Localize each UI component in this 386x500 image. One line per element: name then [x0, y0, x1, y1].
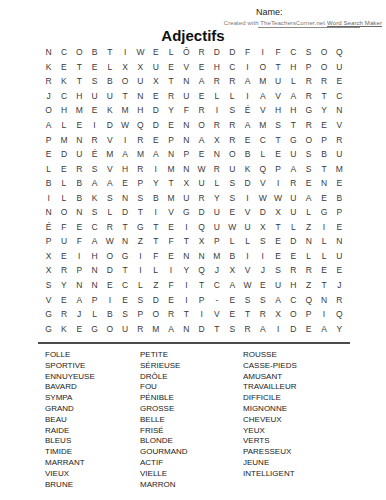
grid-cell-r15c12: M [209, 249, 224, 264]
grid-cell-r16c13: X [225, 263, 240, 278]
word-list-item: RAIDE [45, 426, 140, 437]
grid-cell-r11c11: R [194, 190, 209, 205]
grid-cell-r5c19: Y [316, 103, 331, 118]
grid-cell-r20c5: O [102, 321, 117, 336]
grid-cell-r15c20: U [332, 249, 347, 264]
grid-cell-r20c6: U [117, 321, 132, 336]
grid-cell-r19c14: T [240, 307, 255, 322]
grid-cell-r13c13: W [225, 220, 240, 235]
grid-cell-r17c5: E [102, 278, 117, 293]
grid-cell-r2c7: X [133, 60, 148, 75]
grid-cell-r15c4: H [87, 249, 102, 264]
grid-cell-r3c6: O [117, 74, 132, 89]
grid-cell-r9c6: H [117, 161, 132, 176]
grid-cell-r16c6: T [117, 263, 132, 278]
grid-cell-r19c17: O [286, 307, 301, 322]
grid-cell-r6c19: E [316, 118, 331, 133]
word-list-item: MIGNONNE [243, 404, 353, 415]
grid-cell-r19c3: J [72, 307, 87, 322]
grid-cell-r1c5: T [102, 45, 117, 60]
grid-cell-r17c4: N [87, 278, 102, 293]
grid-cell-r4c6: T [117, 89, 132, 104]
word-list-item: VIEUX [45, 469, 140, 480]
grid-cell-r6c12: R [209, 118, 224, 133]
grid-cell-r19c2: R [56, 307, 71, 322]
grid-cell-r12c20: P [332, 205, 347, 220]
grid-cell-r2c20: U [332, 60, 347, 75]
word-list-item: AMUSANT [243, 372, 353, 383]
word-list-item: YEUX [243, 426, 353, 437]
grid-cell-r4c5: U [102, 89, 117, 104]
grid-cell-r18c17: C [286, 292, 301, 307]
grid-cell-r1c8: E [148, 45, 163, 60]
grid-cell-r8c5: M [102, 147, 117, 162]
grid-cell-r8c9: N [163, 147, 178, 162]
credit-prefix: Created with TheTeachersCorner.net [224, 20, 325, 26]
grid-cell-r10c20: E [332, 176, 347, 191]
grid-cell-r4c12: L [209, 89, 224, 104]
word-list-item: BLEUS [45, 436, 140, 447]
grid-cell-r19c6: S [117, 307, 132, 322]
grid-cell-r2c10: V [179, 60, 194, 75]
grid-cell-r18c11: P [194, 292, 209, 307]
grid-cell-r15c15: I [255, 249, 270, 264]
grid-cell-r9c7: R [133, 161, 148, 176]
grid-cell-r7c19: P [316, 132, 331, 147]
grid-cell-r13c4: C [87, 220, 102, 235]
grid-cell-r15c6: G [117, 249, 132, 264]
grid-cell-r10c8: Y [148, 176, 163, 191]
credit-link[interactable]: Word Search Maker [327, 20, 382, 26]
grid-cell-r9c5: V [102, 161, 117, 176]
grid-cell-r9c2: E [56, 161, 71, 176]
word-list-item: JEUNE [243, 458, 353, 469]
grid-cell-r20c1: G [41, 321, 56, 336]
grid-cell-r5c5: K [102, 103, 117, 118]
grid-cell-r8c7: M [133, 147, 148, 162]
grid-cell-r18c18: Q [301, 292, 316, 307]
grid-cell-r20c7: R [133, 321, 148, 336]
grid-cell-r5c18: G [301, 103, 316, 118]
grid-cell-r6c6: W [117, 118, 132, 133]
grid-cell-r5c1: O [41, 103, 56, 118]
grid-cell-r12c3: N [72, 205, 87, 220]
grid-cell-r8c6: A [117, 147, 132, 162]
grid-cell-r11c17: U [286, 190, 301, 205]
grid-cell-r11c7: S [133, 190, 148, 205]
grid-cell-r20c3: E [72, 321, 87, 336]
grid-cell-r16c2: R [56, 263, 71, 278]
grid-cell-r18c2: E [56, 292, 71, 307]
grid-cell-r14c19: L [316, 234, 331, 249]
grid-cell-r15c5: O [102, 249, 117, 264]
grid-cell-r12c6: D [117, 205, 132, 220]
grid-cell-r5c2: H [56, 103, 71, 118]
grid-cell-r19c9: R [163, 307, 178, 322]
grid-cell-r17c18: Z [301, 278, 316, 293]
grid-cell-r1c20: Q [332, 45, 347, 60]
grid-cell-r8c4: É [87, 147, 102, 162]
word-list-item: TRAVAILLEUR [243, 382, 353, 393]
grid-cell-r14c17: D [286, 234, 301, 249]
grid-cell-r2c3: T [72, 60, 87, 75]
grid-cell-r4c11: E [194, 89, 209, 104]
grid-cell-r12c2: O [56, 205, 71, 220]
grid-cell-r10c10: X [179, 176, 194, 191]
word-list-item: GROSSE [140, 404, 243, 415]
word-list-item: FOLLE [45, 350, 140, 361]
grid-cell-r1c12: D [209, 45, 224, 60]
grid-cell-r14c4: A [87, 234, 102, 249]
grid-cell-r3c11: A [194, 74, 209, 89]
grid-cell-r16c5: D [102, 263, 117, 278]
grid-cell-r19c10: T [179, 307, 194, 322]
grid-cell-r10c7: P [133, 176, 148, 191]
grid-cell-r4c4: U [87, 89, 102, 104]
grid-cell-r8c11: E [194, 147, 209, 162]
grid-cell-r7c2: M [56, 132, 71, 147]
grid-cell-r10c16: I [270, 176, 285, 191]
grid-cell-r6c11: O [194, 118, 209, 133]
grid-cell-r17c6: C [117, 278, 132, 293]
grid-cell-r18c10: I [179, 292, 194, 307]
grid-cell-r1c9: L [163, 45, 178, 60]
grid-cell-r14c14: L [240, 234, 255, 249]
grid-cell-r4c16: V [270, 89, 285, 104]
grid-cell-r19c8: O [148, 307, 163, 322]
grid-cell-r18c6: E [117, 292, 132, 307]
grid-cell-r5c10: F [179, 103, 194, 118]
grid-cell-r6c18: R [301, 118, 316, 133]
grid-cell-r17c12: C [209, 278, 224, 293]
grid-cell-r10c9: T [163, 176, 178, 191]
grid-cell-r4c2: C [56, 89, 71, 104]
grid-cell-r17c17: H [286, 278, 301, 293]
grid-cell-r10c12: L [209, 176, 224, 191]
grid-cell-r15c1: X [41, 249, 56, 264]
grid-cell-r14c11: X [194, 234, 209, 249]
grid-cell-r18c16: A [270, 292, 285, 307]
grid-cell-r8c8: A [148, 147, 163, 162]
grid-cell-r9c17: A [286, 161, 301, 176]
grid-cell-r20c9: A [163, 321, 178, 336]
grid-cell-r4c20: C [332, 89, 347, 104]
grid-cell-r17c19: T [316, 278, 331, 293]
grid-cell-r12c5: L [102, 205, 117, 220]
grid-cell-r5c17: H [286, 103, 301, 118]
grid-cell-r18c5: I [102, 292, 117, 307]
grid-cell-r18c8: D [148, 292, 163, 307]
grid-cell-r15c16: E [270, 249, 285, 264]
grid-cell-r1c10: Ô [179, 45, 194, 60]
grid-cell-r17c1: S [41, 278, 56, 293]
grid-cell-r8c12: N [209, 147, 224, 162]
grid-cell-r4c1: J [41, 89, 56, 104]
grid-cell-r11c5: S [102, 190, 117, 205]
grid-cell-r20c19: A [316, 321, 331, 336]
grid-cell-r5c13: S [225, 103, 240, 118]
grid-cell-r14c10: T [179, 234, 194, 249]
word-list-item: BAVARD [45, 382, 140, 393]
grid-cell-r19c5: B [102, 307, 117, 322]
grid-cell-r14c5: W [102, 234, 117, 249]
grid-cell-r8c3: U [72, 147, 87, 162]
word-search-grid: NCOBTIWELÔRDDFIFCSOQKETELXXUEVEHCIOTHPOU… [41, 45, 347, 336]
grid-cell-r2c9: E [163, 60, 178, 75]
grid-cell-r13c16: T [270, 220, 285, 235]
grid-cell-r18c19: N [316, 292, 331, 307]
grid-cell-r14c3: F [72, 234, 87, 249]
grid-cell-r3c17: L [286, 74, 301, 89]
grid-cell-r19c19: I [316, 307, 331, 322]
grid-cell-r17c9: F [163, 278, 178, 293]
grid-cell-r15c11: N [194, 249, 209, 264]
grid-cell-r7c1: P [41, 132, 56, 147]
grid-cell-r14c13: L [225, 234, 240, 249]
grid-cell-r5c15: V [255, 103, 270, 118]
grid-cell-r5c4: E [87, 103, 102, 118]
word-list-item: VERTS [243, 436, 353, 447]
grid-cell-r10c1: B [41, 176, 56, 191]
grid-cell-r1c3: O [72, 45, 87, 60]
grid-cell-r11c8: B [148, 190, 163, 205]
grid-cell-r18c4: P [87, 292, 102, 307]
grid-cell-r16c9: I [163, 263, 178, 278]
word-list-item: GOURMAND [140, 447, 243, 458]
grid-cell-r2c19: O [316, 60, 331, 75]
grid-cell-r9c4: S [87, 161, 102, 176]
grid-cell-r17c7: L [133, 278, 148, 293]
grid-cell-r6c13: R [225, 118, 240, 133]
grid-cell-r14c20: N [332, 234, 347, 249]
grid-cell-r3c1: R [41, 74, 56, 89]
grid-cell-r6c10: N [179, 118, 194, 133]
grid-cell-r15c7: I [133, 249, 148, 264]
word-list-item: BLONDE [140, 436, 243, 447]
grid-cell-r11c9: M [163, 190, 178, 205]
grid-cell-r12c8: I [148, 205, 163, 220]
grid-cell-r2c17: H [286, 60, 301, 75]
grid-cell-r16c15: J [255, 263, 270, 278]
grid-cell-r15c17: E [286, 249, 301, 264]
grid-cell-r10c11: U [194, 176, 209, 191]
word-list-column-1: FOLLESPORTIVEENNUYEUSEBAVARDSYMPAGRANDBE… [45, 350, 140, 490]
grid-cell-r9c13: U [225, 161, 240, 176]
grid-cell-r3c15: M [255, 74, 270, 89]
word-list-item: ENNUYEUSE [45, 372, 140, 383]
grid-cell-r3c5: B [102, 74, 117, 89]
grid-cell-r2c18: P [301, 60, 316, 75]
word-list-item: SÉRIEUSE [140, 361, 243, 372]
word-list-item: CASSE-PIEDS [243, 361, 353, 372]
grid-cell-r12c1: N [41, 205, 56, 220]
grid-cell-r6c3: E [72, 118, 87, 133]
grid-cell-r19c13: E [225, 307, 240, 322]
grid-cell-r6c7: Q [133, 118, 148, 133]
grid-cell-r5c14: É [240, 103, 255, 118]
grid-cell-r8c19: B [316, 147, 331, 162]
grid-cell-r9c9: M [163, 161, 178, 176]
grid-cell-r9c8: I [148, 161, 163, 176]
grid-cell-r11c12: Y [209, 190, 224, 205]
grid-cell-r13c18: Z [301, 220, 316, 235]
grid-cell-r5c20: N [332, 103, 347, 118]
grid-cell-r10c19: N [316, 176, 331, 191]
grid-cell-r5c11: R [194, 103, 209, 118]
grid-cell-r4c15: A [255, 89, 270, 104]
grid-cell-r20c17: D [286, 321, 301, 336]
grid-cell-r10c2: L [56, 176, 71, 191]
word-list-item: MARRANT [45, 458, 140, 469]
grid-cell-r13c17: L [286, 220, 301, 235]
grid-cell-r12c17: U [286, 205, 301, 220]
grid-cell-r1c14: F [240, 45, 255, 60]
grid-cell-r2c16: T [270, 60, 285, 75]
grid-cell-r13c14: U [240, 220, 255, 235]
grid-cell-r8c1: E [41, 147, 56, 162]
word-list-item: PÉNIBLE [140, 393, 243, 404]
word-list-item: VIELLE [140, 469, 243, 480]
grid-cell-r14c16: E [270, 234, 285, 249]
grid-cell-r11c2: L [56, 190, 71, 205]
grid-cell-r1c19: O [316, 45, 331, 60]
credit-line: Created with TheTeachersCorner.netWord S… [224, 20, 382, 26]
grid-cell-r10c18: E [301, 176, 316, 191]
grid-cell-r18c20: R [332, 292, 347, 307]
grid-cell-r20c4: G [87, 321, 102, 336]
grid-cell-r12c18: L [301, 205, 316, 220]
grid-cell-r7c15: C [255, 132, 270, 147]
grid-cell-r2c5: L [102, 60, 117, 75]
grid-cell-r13c11: Q [194, 220, 209, 235]
grid-cell-r19c4: L [87, 307, 102, 322]
grid-cell-r18c13: E [225, 292, 240, 307]
grid-cell-r7c4: R [87, 132, 102, 147]
grid-cell-r20c13: S [225, 321, 240, 336]
grid-cell-r10c15: V [255, 176, 270, 191]
grid-cell-r17c11: T [194, 278, 209, 293]
grid-cell-r9c19: T [316, 161, 331, 176]
grid-cell-r3c3: T [72, 74, 87, 89]
grid-cell-r3c16: U [270, 74, 285, 89]
word-list-item: BELLE [140, 415, 243, 426]
grid-cell-r2c13: C [225, 60, 240, 75]
grid-cell-r10c5: A [102, 176, 117, 191]
grid-cell-r5c9: Y [163, 103, 178, 118]
grid-cell-r20c11: D [194, 321, 209, 336]
grid-cell-r17c20: J [332, 278, 347, 293]
grid-cell-r13c3: E [72, 220, 87, 235]
grid-cell-r1c18: S [301, 45, 316, 60]
grid-cell-r17c2: Y [56, 278, 71, 293]
word-list-item: BEAU [45, 415, 140, 426]
grid-cell-r12c13: E [225, 205, 240, 220]
grid-cell-r10c4: A [87, 176, 102, 191]
grid-cell-r18c12: - [209, 292, 224, 307]
grid-cell-r17c3: N [72, 278, 87, 293]
grid-cell-r16c4: N [87, 263, 102, 278]
grid-cell-r12c19: G [316, 205, 331, 220]
grid-cell-r16c11: Q [194, 263, 209, 278]
word-list: FOLLESPORTIVEENNUYEUSEBAVARDSYMPAGRANDBE… [45, 350, 353, 490]
grid-cell-r7c8: E [148, 132, 163, 147]
word-list-item: BRUNE [45, 480, 140, 491]
grid-cell-r8c20: U [332, 147, 347, 162]
grid-cell-r19c15: R [255, 307, 270, 322]
grid-cell-r16c18: R [301, 263, 316, 278]
grid-cell-r8c16: E [270, 147, 285, 162]
grid-cell-r4c7: N [133, 89, 148, 104]
grid-cell-r5c7: H [133, 103, 148, 118]
grid-cell-r16c19: E [316, 263, 331, 278]
grid-cell-r16c20: E [332, 263, 347, 278]
grid-cell-r2c6: X [117, 60, 132, 75]
grid-cell-r11c14: I [240, 190, 255, 205]
grid-cell-r9c1: L [41, 161, 56, 176]
puzzle-title: Adjectifs [0, 27, 386, 44]
grid-cell-r13c7: G [133, 220, 148, 235]
grid-cell-r17c15: E [255, 278, 270, 293]
grid-cell-r2c2: E [56, 60, 71, 75]
grid-cell-r11c4: K [87, 190, 102, 205]
grid-cell-r1c6: I [117, 45, 132, 60]
grid-cell-r7c6: I [117, 132, 132, 147]
grid-cell-r3c18: R [301, 74, 316, 89]
grid-cell-r7c5: V [102, 132, 117, 147]
word-list-item: ACTIF [140, 458, 243, 469]
grid-cell-r16c10: Y [179, 263, 194, 278]
grid-cell-r13c9: E [163, 220, 178, 235]
grid-cell-r11c18: A [301, 190, 316, 205]
grid-cell-r2c4: E [87, 60, 102, 75]
grid-cell-r15c13: B [225, 249, 240, 264]
grid-cell-r9c3: R [72, 161, 87, 176]
word-list-item: SYMPA [45, 393, 140, 404]
word-list-item: FRISÉ [140, 426, 243, 437]
grid-cell-r10c6: E [117, 176, 132, 191]
grid-cell-r14c6: N [117, 234, 132, 249]
grid-cell-r13c19: I [316, 220, 331, 235]
grid-cell-r13c15: X [255, 220, 270, 235]
grid-cell-r19c7: P [133, 307, 148, 322]
grid-cell-r1c13: D [225, 45, 240, 60]
grid-cell-r12c16: X [270, 205, 285, 220]
grid-cell-r8c17: U [286, 147, 301, 162]
grid-cell-r8c13: O [225, 147, 240, 162]
grid-cell-r6c17: T [286, 118, 301, 133]
grid-cell-r7c14: E [240, 132, 255, 147]
grid-cell-r8c18: S [301, 147, 316, 162]
grid-cell-r17c8: Z [148, 278, 163, 293]
grid-cell-r6c4: I [87, 118, 102, 133]
grid-cell-r15c8: F [148, 249, 163, 264]
word-list-item: TIMIDE [45, 447, 140, 458]
grid-cell-r11c15: W [255, 190, 270, 205]
grid-cell-r19c1: G [41, 307, 56, 322]
grid-cell-r17c16: U [270, 278, 285, 293]
grid-cell-r16c7: I [133, 263, 148, 278]
grid-cell-r11c6: N [117, 190, 132, 205]
grid-cell-r12c9: V [163, 205, 178, 220]
word-list-item: CHEVEUX [243, 415, 353, 426]
grid-cell-r9c12: R [209, 161, 224, 176]
grid-cell-r18c14: S [240, 292, 255, 307]
grid-cell-r16c3: P [72, 263, 87, 278]
grid-cell-r12c12: U [209, 205, 224, 220]
word-list-column-2: PETITESÉRIEUSEDRÔLEFOUPÉNIBLEGROSSEBELLE… [140, 350, 243, 490]
grid-cell-r18c1: V [41, 292, 56, 307]
grid-cell-r1c17: C [286, 45, 301, 60]
